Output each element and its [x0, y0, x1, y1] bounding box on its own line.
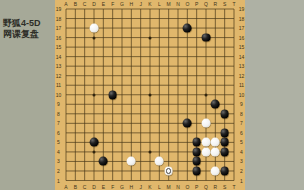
- row-label-right: 18: [238, 16, 245, 22]
- row-label-left: 10: [55, 92, 62, 98]
- black-stone-O7[interactable]: [183, 119, 192, 128]
- col-label-top: E: [99, 1, 107, 7]
- row-label-left: 16: [55, 35, 62, 41]
- row-label-right: 8: [238, 111, 245, 117]
- col-label-bottom: N: [174, 184, 182, 190]
- col-label-bottom: O: [183, 184, 191, 190]
- star-point: [149, 36, 152, 39]
- col-label-top: H: [127, 1, 135, 7]
- col-label-top: G: [118, 1, 126, 7]
- col-label-bottom: G: [118, 184, 126, 190]
- row-label-right: 2: [238, 168, 245, 174]
- star-point: [149, 93, 152, 96]
- star-point: [93, 93, 96, 96]
- row-label-left: 14: [55, 54, 62, 60]
- row-label-right: 14: [238, 54, 245, 60]
- white-stone-M2[interactable]: [164, 167, 173, 176]
- col-label-bottom: C: [81, 184, 89, 190]
- row-label-right: 3: [238, 158, 245, 164]
- row-label-right: 19: [238, 6, 245, 12]
- row-label-left: 1: [55, 178, 62, 184]
- row-label-left: 15: [55, 44, 62, 50]
- col-label-bottom: L: [155, 184, 163, 190]
- black-stone-F10[interactable]: [108, 90, 117, 99]
- row-label-left: 6: [55, 130, 62, 136]
- col-label-top: B: [71, 1, 79, 7]
- row-label-right: 4: [238, 149, 245, 155]
- row-label-right: 10: [238, 92, 245, 98]
- row-label-left: 5: [55, 139, 62, 145]
- col-label-bottom: D: [90, 184, 98, 190]
- col-label-top: K: [146, 1, 154, 7]
- go-board[interactable]: AABBCCDDEEFFGGHHJJKKLLMMNNOOPPQQRRSSTT19…: [55, 0, 245, 190]
- row-label-left: 12: [55, 73, 62, 79]
- white-stone-L3[interactable]: [155, 157, 164, 166]
- white-stone-Q7[interactable]: [202, 119, 211, 128]
- screenshot-root: { "game": "go", "sidebar": { "line1": "野…: [0, 0, 304, 190]
- row-label-right: 17: [238, 25, 245, 31]
- white-stone-D17[interactable]: [90, 24, 99, 33]
- row-label-left: 11: [55, 82, 62, 88]
- row-label-right: 1: [238, 178, 245, 184]
- col-label-bottom: T: [230, 184, 238, 190]
- black-stone-R9[interactable]: [211, 100, 220, 109]
- row-label-right: 7: [238, 120, 245, 126]
- row-label-right: 12: [238, 73, 245, 79]
- black-stone-E3[interactable]: [99, 157, 108, 166]
- row-label-right: 9: [238, 101, 245, 107]
- row-label-left: 4: [55, 149, 62, 155]
- col-label-bottom: R: [211, 184, 219, 190]
- black-stone-S5[interactable]: [220, 138, 229, 147]
- col-label-bottom: Q: [202, 184, 210, 190]
- col-label-top: M: [165, 1, 173, 7]
- row-label-right: 15: [238, 44, 245, 50]
- left-sidebar: 野狐4-5D 网课复盘: [0, 0, 55, 190]
- black-stone-D5[interactable]: [90, 138, 99, 147]
- col-label-bottom: E: [99, 184, 107, 190]
- col-label-bottom: P: [193, 184, 201, 190]
- caption-line-1: 野狐4-5D: [3, 18, 55, 29]
- col-label-top: Q: [202, 1, 210, 7]
- white-stone-R5[interactable]: [211, 138, 220, 147]
- row-label-left: 9: [55, 101, 62, 107]
- row-label-left: 19: [55, 6, 62, 12]
- col-label-top: J: [137, 1, 145, 7]
- right-sidebar: 南 白: [245, 0, 304, 190]
- black-stone-S6[interactable]: [220, 128, 229, 137]
- row-label-right: 5: [238, 139, 245, 145]
- col-label-top: F: [109, 1, 117, 7]
- row-label-right: 16: [238, 35, 245, 41]
- col-label-top: P: [193, 1, 201, 7]
- col-label-top: C: [81, 1, 89, 7]
- col-label-bottom: J: [137, 184, 145, 190]
- star-point: [205, 93, 208, 96]
- row-label-left: 18: [55, 16, 62, 22]
- row-label-left: 17: [55, 25, 62, 31]
- star-point: [93, 36, 96, 39]
- row-label-left: 13: [55, 63, 62, 69]
- row-label-left: 2: [55, 168, 62, 174]
- col-label-top: L: [155, 1, 163, 7]
- black-stone-Q16[interactable]: [202, 33, 211, 42]
- white-stone-Q5[interactable]: [202, 138, 211, 147]
- row-label-left: 3: [55, 158, 62, 164]
- col-label-top: N: [174, 1, 182, 7]
- col-label-top: A: [62, 1, 70, 7]
- white-stone-R2[interactable]: [211, 167, 220, 176]
- star-point: [93, 150, 96, 153]
- col-label-top: S: [221, 1, 229, 7]
- col-label-top: R: [211, 1, 219, 7]
- col-label-bottom: F: [109, 184, 117, 190]
- caption-line-2: 网课复盘: [3, 29, 55, 40]
- col-label-bottom: M: [165, 184, 173, 190]
- row-label-right: 13: [238, 63, 245, 69]
- col-label-bottom: S: [221, 184, 229, 190]
- white-stone-R4[interactable]: [211, 148, 220, 157]
- black-stone-S4[interactable]: [220, 148, 229, 157]
- row-label-left: 7: [55, 120, 62, 126]
- black-stone-P2[interactable]: [192, 167, 201, 176]
- col-label-bottom: H: [127, 184, 135, 190]
- col-label-bottom: B: [71, 184, 79, 190]
- last-move-marker: [166, 168, 171, 173]
- black-stone-S8[interactable]: [220, 109, 229, 118]
- black-stone-P5[interactable]: [192, 138, 201, 147]
- black-stone-S2[interactable]: [220, 167, 229, 176]
- col-label-top: O: [183, 1, 191, 7]
- white-stone-Q4[interactable]: [202, 148, 211, 157]
- black-stone-P3[interactable]: [192, 157, 201, 166]
- video-caption: 野狐4-5D 网课复盘: [3, 18, 55, 40]
- col-label-top: T: [230, 1, 238, 7]
- row-label-left: 8: [55, 111, 62, 117]
- col-label-bottom: A: [62, 184, 70, 190]
- black-stone-O17[interactable]: [183, 24, 192, 33]
- star-point: [149, 150, 152, 153]
- col-label-bottom: K: [146, 184, 154, 190]
- col-label-top: D: [90, 1, 98, 7]
- row-label-right: 6: [238, 130, 245, 136]
- white-stone-H3[interactable]: [127, 157, 136, 166]
- row-label-right: 11: [238, 82, 245, 88]
- black-stone-P4[interactable]: [192, 148, 201, 157]
